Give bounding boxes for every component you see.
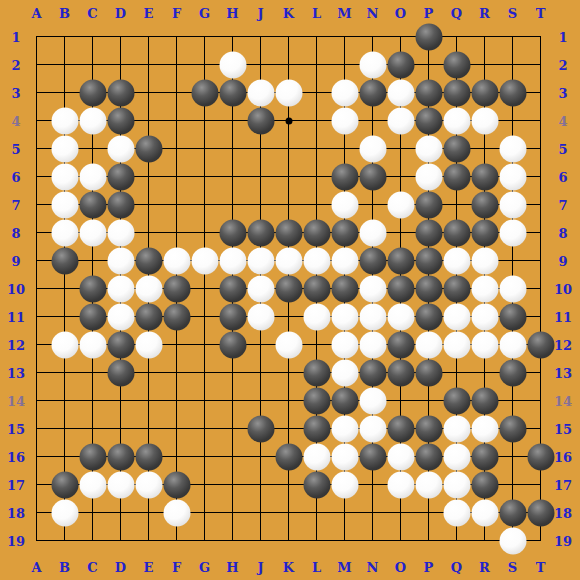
white-stone — [471, 303, 498, 330]
column-label-bottom: A — [31, 561, 41, 574]
column-label-top: S — [508, 7, 517, 20]
white-stone — [107, 135, 134, 162]
column-label-bottom: L — [312, 561, 321, 574]
black-stone — [107, 163, 134, 190]
row-label-right: 3 — [558, 86, 567, 99]
black-stone — [415, 219, 442, 246]
black-stone — [387, 51, 414, 78]
row-label-left: 7 — [11, 198, 20, 211]
black-stone — [275, 275, 302, 302]
black-stone — [443, 135, 470, 162]
black-stone — [527, 443, 554, 470]
row-label-right: 18 — [554, 506, 572, 519]
white-stone — [135, 331, 162, 358]
black-stone — [303, 275, 330, 302]
white-stone — [79, 107, 106, 134]
black-stone — [331, 387, 358, 414]
black-stone — [415, 191, 442, 218]
white-stone — [51, 163, 78, 190]
row-label-right: 1 — [558, 30, 567, 43]
white-stone — [443, 107, 470, 134]
row-label-right: 4 — [558, 114, 567, 127]
go-board: AABBCCDDEEFFGGHHJJKKLLMMNNOOPPQQRRSSTT11… — [0, 0, 580, 580]
white-stone — [107, 471, 134, 498]
black-stone — [51, 247, 78, 274]
white-stone — [135, 275, 162, 302]
white-stone — [359, 275, 386, 302]
white-stone — [415, 331, 442, 358]
black-stone — [107, 107, 134, 134]
white-stone — [331, 303, 358, 330]
column-label-top: E — [144, 7, 154, 20]
black-stone — [415, 415, 442, 442]
white-stone — [191, 247, 218, 274]
white-stone — [107, 219, 134, 246]
white-stone — [331, 79, 358, 106]
black-stone — [415, 303, 442, 330]
column-label-bottom: H — [226, 561, 238, 574]
black-stone — [415, 23, 442, 50]
white-stone — [331, 107, 358, 134]
black-stone — [359, 247, 386, 274]
black-stone — [415, 359, 442, 386]
white-stone — [79, 219, 106, 246]
white-stone — [387, 303, 414, 330]
black-stone — [415, 79, 442, 106]
white-stone — [359, 415, 386, 442]
black-stone — [387, 247, 414, 274]
black-stone — [499, 79, 526, 106]
column-label-bottom: D — [115, 561, 126, 574]
row-label-left: 1 — [11, 30, 20, 43]
white-stone — [107, 275, 134, 302]
row-label-right: 5 — [558, 142, 567, 155]
black-stone — [499, 415, 526, 442]
black-stone — [443, 387, 470, 414]
white-stone — [415, 471, 442, 498]
black-stone — [443, 275, 470, 302]
white-stone — [331, 331, 358, 358]
white-stone — [359, 303, 386, 330]
white-stone — [443, 499, 470, 526]
black-stone — [219, 79, 246, 106]
white-stone — [443, 443, 470, 470]
column-label-top: C — [87, 7, 97, 20]
black-stone — [471, 443, 498, 470]
white-stone — [443, 247, 470, 274]
white-stone — [471, 107, 498, 134]
white-stone — [247, 79, 274, 106]
black-stone — [107, 331, 134, 358]
black-stone — [303, 471, 330, 498]
black-stone — [331, 219, 358, 246]
black-stone — [471, 163, 498, 190]
white-stone — [219, 51, 246, 78]
white-stone — [275, 247, 302, 274]
black-stone — [219, 303, 246, 330]
white-stone — [51, 107, 78, 134]
black-stone — [359, 79, 386, 106]
column-label-bottom: K — [283, 561, 294, 574]
white-stone — [499, 275, 526, 302]
white-stone — [51, 499, 78, 526]
row-label-right: 11 — [554, 310, 572, 323]
white-stone — [51, 219, 78, 246]
white-stone — [443, 331, 470, 358]
white-stone — [387, 191, 414, 218]
row-label-left: 16 — [7, 450, 25, 463]
white-stone — [247, 275, 274, 302]
white-stone — [163, 247, 190, 274]
black-stone — [415, 275, 442, 302]
black-stone — [107, 79, 134, 106]
black-stone — [135, 135, 162, 162]
black-stone — [387, 275, 414, 302]
black-stone — [387, 359, 414, 386]
white-stone — [331, 415, 358, 442]
white-stone — [135, 471, 162, 498]
black-stone — [135, 303, 162, 330]
column-label-top: M — [337, 7, 351, 20]
row-label-right: 16 — [554, 450, 572, 463]
white-stone — [107, 247, 134, 274]
column-label-bottom: C — [87, 561, 97, 574]
black-stone — [79, 303, 106, 330]
black-stone — [303, 359, 330, 386]
white-stone — [359, 135, 386, 162]
white-stone — [415, 163, 442, 190]
black-stone — [443, 51, 470, 78]
row-label-right: 2 — [558, 58, 567, 71]
column-label-top: G — [199, 7, 210, 20]
column-label-bottom: P — [424, 561, 434, 574]
black-stone — [415, 107, 442, 134]
row-label-right: 7 — [558, 198, 567, 211]
black-stone — [163, 303, 190, 330]
black-stone — [303, 219, 330, 246]
white-stone — [499, 331, 526, 358]
row-label-left: 13 — [7, 366, 25, 379]
black-stone — [387, 415, 414, 442]
row-label-left: 19 — [7, 534, 25, 547]
black-stone — [499, 303, 526, 330]
black-stone — [247, 415, 274, 442]
star-point — [285, 117, 292, 124]
white-stone — [443, 303, 470, 330]
black-stone — [471, 387, 498, 414]
row-label-left: 4 — [11, 114, 20, 127]
white-stone — [359, 387, 386, 414]
row-label-left: 17 — [7, 478, 25, 491]
black-stone — [219, 219, 246, 246]
black-stone — [275, 443, 302, 470]
black-stone — [471, 471, 498, 498]
white-stone — [331, 443, 358, 470]
white-stone — [331, 247, 358, 274]
white-stone — [275, 331, 302, 358]
black-stone — [163, 275, 190, 302]
white-stone — [219, 247, 246, 274]
black-stone — [303, 387, 330, 414]
white-stone — [499, 191, 526, 218]
white-stone — [387, 471, 414, 498]
column-label-bottom: E — [144, 561, 154, 574]
black-stone — [107, 443, 134, 470]
black-stone — [247, 219, 274, 246]
column-label-bottom: J — [257, 561, 263, 574]
column-label-bottom: G — [199, 561, 210, 574]
column-label-top: A — [31, 7, 41, 20]
white-stone — [359, 219, 386, 246]
white-stone — [51, 331, 78, 358]
white-stone — [359, 331, 386, 358]
white-stone — [163, 499, 190, 526]
row-label-left: 9 — [11, 254, 20, 267]
row-label-left: 14 — [7, 394, 25, 407]
row-label-left: 3 — [11, 86, 20, 99]
white-stone — [471, 247, 498, 274]
column-label-top: O — [395, 7, 406, 20]
column-label-bottom: Q — [451, 561, 462, 574]
black-stone — [135, 443, 162, 470]
white-stone — [499, 163, 526, 190]
white-stone — [471, 415, 498, 442]
column-label-top: N — [367, 7, 379, 20]
black-stone — [331, 275, 358, 302]
black-stone — [359, 163, 386, 190]
white-stone — [387, 79, 414, 106]
column-label-top: R — [479, 7, 490, 20]
row-label-left: 10 — [7, 282, 25, 295]
column-label-top: F — [172, 7, 181, 20]
white-stone — [107, 303, 134, 330]
row-label-right: 13 — [554, 366, 572, 379]
row-label-left: 8 — [11, 226, 20, 239]
black-stone — [443, 219, 470, 246]
row-label-right: 19 — [554, 534, 572, 547]
white-stone — [79, 163, 106, 190]
black-stone — [527, 331, 554, 358]
column-label-bottom: R — [479, 561, 490, 574]
black-stone — [107, 359, 134, 386]
column-label-top: D — [115, 7, 126, 20]
black-stone — [79, 79, 106, 106]
row-label-right: 8 — [558, 226, 567, 239]
row-label-right: 17 — [554, 478, 572, 491]
column-label-bottom: N — [367, 561, 379, 574]
black-stone — [191, 79, 218, 106]
white-stone — [303, 443, 330, 470]
column-label-top: Q — [451, 7, 462, 20]
column-label-top: B — [59, 7, 70, 20]
white-stone — [247, 303, 274, 330]
black-stone — [471, 219, 498, 246]
white-stone — [387, 443, 414, 470]
column-label-top: J — [257, 7, 263, 20]
black-stone — [275, 219, 302, 246]
column-label-top: L — [312, 7, 321, 20]
column-label-bottom: B — [59, 561, 70, 574]
white-stone — [499, 135, 526, 162]
white-stone — [471, 331, 498, 358]
row-label-left: 6 — [11, 170, 20, 183]
white-stone — [443, 415, 470, 442]
row-label-left: 5 — [11, 142, 20, 155]
black-stone — [443, 79, 470, 106]
column-label-top: K — [283, 7, 294, 20]
black-stone — [359, 359, 386, 386]
row-label-right: 6 — [558, 170, 567, 183]
black-stone — [51, 471, 78, 498]
white-stone — [359, 51, 386, 78]
white-stone — [331, 471, 358, 498]
black-stone — [219, 275, 246, 302]
column-label-bottom: F — [172, 561, 181, 574]
black-stone — [79, 443, 106, 470]
white-stone — [387, 107, 414, 134]
white-stone — [79, 471, 106, 498]
row-label-left: 11 — [7, 310, 25, 323]
black-stone — [527, 499, 554, 526]
white-stone — [303, 247, 330, 274]
column-label-top: P — [424, 7, 434, 20]
black-stone — [387, 331, 414, 358]
white-stone — [51, 135, 78, 162]
white-stone — [471, 499, 498, 526]
column-label-bottom: M — [337, 561, 351, 574]
white-stone — [415, 135, 442, 162]
column-label-bottom: O — [395, 561, 406, 574]
black-stone — [499, 499, 526, 526]
row-label-right: 12 — [554, 338, 572, 351]
black-stone — [247, 107, 274, 134]
row-label-left: 18 — [7, 506, 25, 519]
white-stone — [471, 275, 498, 302]
black-stone — [415, 247, 442, 274]
column-label-bottom: S — [508, 561, 517, 574]
black-stone — [79, 191, 106, 218]
white-stone — [247, 247, 274, 274]
white-stone — [331, 359, 358, 386]
row-label-right: 10 — [554, 282, 572, 295]
black-stone — [499, 359, 526, 386]
black-stone — [443, 163, 470, 190]
black-stone — [331, 163, 358, 190]
black-stone — [471, 191, 498, 218]
white-stone — [51, 191, 78, 218]
column-label-top: T — [536, 7, 546, 20]
white-stone — [331, 191, 358, 218]
white-stone — [303, 303, 330, 330]
black-stone — [107, 191, 134, 218]
white-stone — [499, 219, 526, 246]
black-stone — [219, 331, 246, 358]
row-label-right: 14 — [554, 394, 572, 407]
white-stone — [499, 527, 526, 554]
black-stone — [415, 443, 442, 470]
row-label-left: 12 — [7, 338, 25, 351]
black-stone — [303, 415, 330, 442]
column-label-bottom: T — [536, 561, 546, 574]
white-stone — [443, 471, 470, 498]
black-stone — [79, 275, 106, 302]
row-label-left: 15 — [7, 422, 25, 435]
black-stone — [471, 79, 498, 106]
row-label-right: 15 — [554, 422, 572, 435]
black-stone — [135, 247, 162, 274]
column-label-top: H — [226, 7, 238, 20]
row-label-left: 2 — [11, 58, 20, 71]
white-stone — [275, 79, 302, 106]
black-stone — [163, 471, 190, 498]
row-label-right: 9 — [558, 254, 567, 267]
black-stone — [359, 443, 386, 470]
white-stone — [79, 331, 106, 358]
